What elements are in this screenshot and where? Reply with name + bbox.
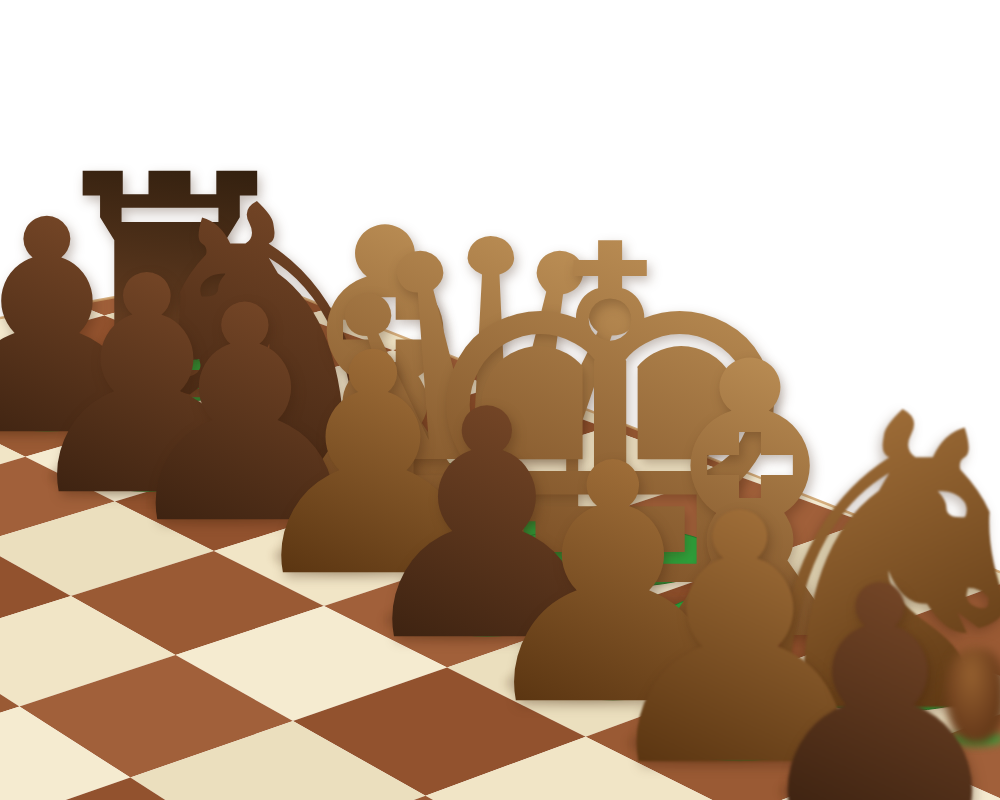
black-pawn-h7[interactable]: ♟ — [742, 547, 1000, 800]
chess-product-photo: ♜♟♞♟♝♟♛♟♚♝♟♟♞♟♟ — [0, 0, 1000, 800]
